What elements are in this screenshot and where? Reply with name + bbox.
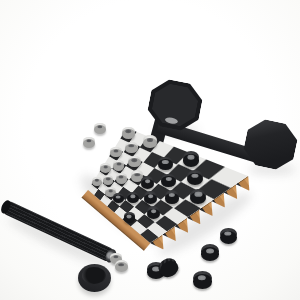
engraved-symbol xyxy=(130,195,135,198)
white-disc xyxy=(113,160,124,169)
black-disc xyxy=(141,176,154,186)
white-disc xyxy=(143,135,157,145)
engraved-symbol xyxy=(116,162,121,165)
white-disc xyxy=(103,175,114,183)
engraved-symbol xyxy=(103,165,108,168)
engraved-symbol xyxy=(119,175,124,178)
engraved-symbol xyxy=(127,215,132,218)
engraved-symbol xyxy=(95,179,99,182)
black-disc xyxy=(158,157,173,168)
white-disc xyxy=(125,142,138,151)
engraved-symbol xyxy=(132,158,138,161)
white-disc xyxy=(110,147,121,156)
engraved-symbol xyxy=(165,176,171,180)
engraved-symbol xyxy=(134,173,140,176)
black-disc xyxy=(220,228,237,241)
black-disc xyxy=(113,193,124,201)
tube-cap xyxy=(78,264,111,292)
engraved-symbol xyxy=(151,209,157,213)
engraved-symbol xyxy=(113,255,118,258)
white-disc xyxy=(128,156,141,165)
black-disc xyxy=(165,190,180,201)
engraved-symbol xyxy=(169,193,175,197)
white-disc xyxy=(94,123,106,132)
engraved-symbol xyxy=(148,194,154,198)
engraved-symbol xyxy=(114,149,119,152)
black-disc xyxy=(161,174,176,185)
white-disc xyxy=(83,137,95,146)
white-disc xyxy=(115,260,128,270)
black-disc xyxy=(127,192,139,201)
black-disc xyxy=(190,189,206,201)
black-disc xyxy=(201,244,219,257)
engraved-symbol xyxy=(191,173,198,178)
engraved-symbol xyxy=(106,177,111,180)
white-disc xyxy=(92,177,102,184)
engraved-symbol xyxy=(116,195,121,198)
black-disc xyxy=(183,151,199,163)
black-disc xyxy=(193,271,212,285)
engraved-symbol xyxy=(97,125,102,128)
engraved-symbol xyxy=(162,160,168,164)
engraved-symbol xyxy=(118,263,124,267)
engraved-symbol xyxy=(126,130,132,133)
engraved-symbol xyxy=(224,231,231,236)
engraved-symbol xyxy=(206,248,214,253)
engraved-symbol xyxy=(195,192,202,197)
engraved-symbol xyxy=(187,155,194,160)
black-disc xyxy=(144,191,157,201)
engraved-symbol xyxy=(145,179,151,183)
black-disc xyxy=(147,206,160,216)
white-disc xyxy=(116,173,127,182)
white-disc xyxy=(122,127,135,136)
white-disc xyxy=(100,163,111,171)
engraved-symbol xyxy=(108,190,113,193)
engraved-symbol xyxy=(198,275,206,280)
engraved-symbol xyxy=(86,139,91,142)
engraved-symbol xyxy=(129,144,135,147)
engraved-symbol xyxy=(147,138,153,142)
black-disc xyxy=(124,212,135,221)
product-photo-rollable-chess-set xyxy=(0,0,300,300)
octagon-end-cap-right xyxy=(241,116,300,173)
black-disc xyxy=(187,170,203,182)
